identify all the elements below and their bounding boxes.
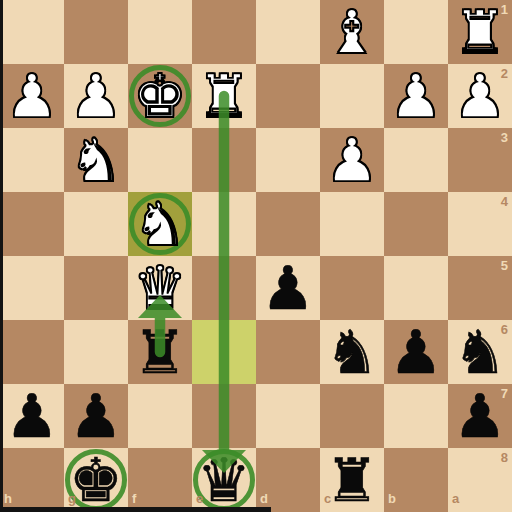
file-label-d: d bbox=[260, 492, 268, 505]
file-label-f: f bbox=[132, 492, 136, 505]
black-pawn[interactable]: ♟ bbox=[384, 320, 448, 384]
white-pawn[interactable]: ♟ bbox=[64, 64, 128, 128]
white-king[interactable]: ♚ bbox=[128, 64, 192, 128]
rank-label-8: 8 bbox=[501, 451, 508, 464]
file-label-h: h bbox=[4, 492, 12, 505]
rank-label-7: 7 bbox=[501, 387, 508, 400]
file-label-c: c bbox=[324, 492, 331, 505]
white-queen[interactable]: ♛ bbox=[128, 256, 192, 320]
file-label-g: g bbox=[68, 492, 76, 505]
rank-label-1: 1 bbox=[501, 3, 508, 16]
white-knight[interactable]: ♞ bbox=[64, 128, 128, 192]
black-pawn[interactable]: ♟ bbox=[0, 384, 64, 448]
white-pawn[interactable]: ♟ bbox=[0, 64, 64, 128]
rank-label-2: 2 bbox=[501, 67, 508, 80]
file-label-e: e bbox=[196, 492, 203, 505]
white-pawn[interactable]: ♟ bbox=[320, 128, 384, 192]
black-knight[interactable]: ♞ bbox=[320, 320, 384, 384]
chess-board: ♜♝♟♟♜♚♟♟♟♞♞♛♟♞♟♞♜♟♟♟♜♛♚ 12345678hgfedcba bbox=[0, 0, 512, 512]
white-rook[interactable]: ♜ bbox=[192, 64, 256, 128]
black-rook[interactable]: ♜ bbox=[128, 320, 192, 384]
black-pawn[interactable]: ♟ bbox=[256, 256, 320, 320]
black-pawn[interactable]: ♟ bbox=[64, 384, 128, 448]
white-bishop[interactable]: ♝ bbox=[320, 0, 384, 64]
white-pawn[interactable]: ♟ bbox=[384, 64, 448, 128]
rank-label-6: 6 bbox=[501, 323, 508, 336]
white-knight[interactable]: ♞ bbox=[128, 192, 192, 256]
left-edge-strip bbox=[0, 0, 3, 512]
chessboard-screenshot: ♜♝♟♟♜♚♟♟♟♞♞♛♟♞♟♞♜♟♟♟♜♛♚ 12345678hgfedcba bbox=[0, 0, 512, 512]
rank-label-5: 5 bbox=[501, 259, 508, 272]
rank-label-3: 3 bbox=[501, 131, 508, 144]
bottom-edge-strip bbox=[0, 507, 271, 512]
rank-label-4: 4 bbox=[501, 195, 508, 208]
file-label-a: a bbox=[452, 492, 459, 505]
pieces-layer: ♜♝♟♟♜♚♟♟♟♞♞♛♟♞♟♞♜♟♟♟♜♛♚ bbox=[0, 0, 512, 512]
file-label-b: b bbox=[388, 492, 396, 505]
